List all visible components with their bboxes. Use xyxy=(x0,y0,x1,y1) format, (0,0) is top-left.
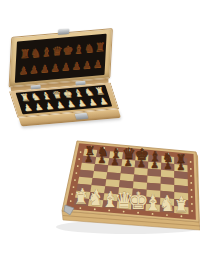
piece-dark-pawn: ♟ xyxy=(85,153,93,164)
border-dot xyxy=(191,203,193,205)
border-dot xyxy=(78,158,80,160)
piece-light-rook: ♜ xyxy=(174,197,189,216)
border-dot xyxy=(190,161,192,163)
border-dot xyxy=(70,200,72,202)
border-dot xyxy=(77,165,79,167)
piece-dark-pawn: ♟ xyxy=(98,154,106,165)
piece-dark-pawn: ♟ xyxy=(177,161,185,172)
piece-dark-pawn: ♟ xyxy=(137,158,145,169)
light-square xyxy=(93,171,108,179)
light-square xyxy=(147,176,161,184)
piece-dark-pawn: ♟ xyxy=(150,159,158,170)
light-square xyxy=(174,178,188,186)
chess-board: ♜♞♝♛♚♝♞♜♟♟♟♟♟♟♟♟♟♟♟♟♟♟♟♟♜♞♝♛♚♝♞♜ xyxy=(0,0,200,280)
product-photo: ♜♞♝♛♚♝♞♜ ♟♟♟♟♟♟♟♟ ♜♞♝♛♚♝♞♜ ♟♟♟♟♟♟♟♟ ♜♞♝♛… xyxy=(0,0,200,280)
piece-dark-pawn: ♟ xyxy=(111,156,119,167)
border-dot xyxy=(73,186,75,188)
border-dot xyxy=(191,196,193,198)
border-dot xyxy=(191,189,193,191)
border-dot xyxy=(80,151,82,153)
dark-square xyxy=(106,172,120,180)
border-dot xyxy=(74,179,76,181)
light-square xyxy=(120,173,134,181)
dark-square xyxy=(161,177,175,185)
dark-square xyxy=(92,178,107,186)
light-square xyxy=(161,184,175,192)
piece-dark-pawn: ♟ xyxy=(164,160,172,171)
piece-dark-pawn: ♟ xyxy=(124,157,132,168)
dark-square xyxy=(134,175,148,183)
dark-square xyxy=(79,170,94,178)
border-dot xyxy=(75,172,77,174)
dark-square xyxy=(174,185,188,193)
border-dot xyxy=(191,210,193,212)
border-dot xyxy=(190,175,192,177)
piece-light-knight: ♞ xyxy=(159,194,175,215)
border-dot xyxy=(190,168,192,170)
light-square xyxy=(78,177,93,185)
border-dot xyxy=(190,182,192,184)
